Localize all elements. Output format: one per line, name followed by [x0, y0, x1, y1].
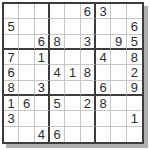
- sudoku-cell[interactable]: 2: [81, 96, 96, 111]
- sudoku-cell[interactable]: [19, 111, 34, 126]
- sudoku-cell[interactable]: 6: [96, 81, 111, 96]
- sudoku-cell[interactable]: [96, 111, 111, 126]
- sudoku-cell[interactable]: 8: [81, 65, 96, 80]
- sudoku-cell[interactable]: [19, 50, 34, 65]
- sudoku-cell[interactable]: [35, 111, 50, 126]
- sudoku-cell[interactable]: 1: [127, 111, 142, 126]
- sudoku-cell[interactable]: [19, 65, 34, 80]
- sudoku-cell[interactable]: 2: [127, 65, 142, 80]
- sudoku-cell[interactable]: [50, 111, 65, 126]
- sudoku-cell[interactable]: [50, 50, 65, 65]
- sudoku-cell[interactable]: [50, 4, 65, 19]
- sudoku-cell[interactable]: [35, 19, 50, 34]
- sudoku-cell[interactable]: 6: [4, 65, 19, 80]
- sudoku-grid: 6356683957148641828369165283146: [4, 4, 142, 142]
- sudoku-cell[interactable]: [65, 19, 80, 34]
- sudoku-cell[interactable]: 4: [96, 50, 111, 65]
- sudoku-cell[interactable]: 8: [127, 50, 142, 65]
- sudoku-cell[interactable]: 5: [127, 35, 142, 50]
- sudoku-cell[interactable]: [81, 50, 96, 65]
- sudoku-cell[interactable]: 8: [96, 96, 111, 111]
- sudoku-cell[interactable]: [111, 127, 126, 142]
- sudoku-cell[interactable]: [96, 19, 111, 34]
- sudoku-cell[interactable]: [65, 127, 80, 142]
- sudoku-cell[interactable]: [111, 4, 126, 19]
- sudoku-cell[interactable]: 6: [81, 4, 96, 19]
- sudoku-cell[interactable]: [111, 111, 126, 126]
- sudoku-cell[interactable]: [4, 127, 19, 142]
- sudoku-cell[interactable]: [35, 65, 50, 80]
- sudoku-page: 6356683957148641828369165283146: [0, 0, 150, 150]
- sudoku-cell[interactable]: 7: [4, 50, 19, 65]
- sudoku-cell[interactable]: [65, 50, 80, 65]
- sudoku-cell[interactable]: [65, 4, 80, 19]
- sudoku-cell[interactable]: [96, 65, 111, 80]
- sudoku-cell[interactable]: 6: [50, 127, 65, 142]
- sudoku-cell[interactable]: 8: [4, 81, 19, 96]
- sudoku-cell[interactable]: [96, 127, 111, 142]
- sudoku-cell[interactable]: [111, 65, 126, 80]
- sudoku-cell[interactable]: [111, 81, 126, 96]
- sudoku-cell[interactable]: 1: [65, 65, 80, 80]
- sudoku-cell[interactable]: 5: [50, 96, 65, 111]
- sudoku-cell[interactable]: [35, 96, 50, 111]
- sudoku-cell[interactable]: 9: [111, 35, 126, 50]
- sudoku-cell[interactable]: [4, 35, 19, 50]
- sudoku-cell[interactable]: 5: [4, 19, 19, 34]
- sudoku-cell[interactable]: 4: [35, 127, 50, 142]
- sudoku-cell[interactable]: [127, 4, 142, 19]
- sudoku-cell[interactable]: 6: [127, 19, 142, 34]
- sudoku-cell[interactable]: 8: [50, 35, 65, 50]
- sudoku-cell[interactable]: 1: [4, 96, 19, 111]
- sudoku-board: 6356683957148641828369165283146: [2, 2, 144, 144]
- sudoku-cell[interactable]: [65, 96, 80, 111]
- sudoku-cell[interactable]: [65, 35, 80, 50]
- sudoku-cell[interactable]: [111, 96, 126, 111]
- sudoku-cell[interactable]: [81, 19, 96, 34]
- sudoku-cell[interactable]: 6: [35, 35, 50, 50]
- sudoku-cell[interactable]: [127, 96, 142, 111]
- sudoku-cell[interactable]: [96, 35, 111, 50]
- sudoku-cell[interactable]: [50, 19, 65, 34]
- sudoku-cell[interactable]: [19, 4, 34, 19]
- sudoku-cell[interactable]: [19, 35, 34, 50]
- sudoku-cell[interactable]: 3: [4, 111, 19, 126]
- sudoku-cell[interactable]: [111, 50, 126, 65]
- sudoku-cell[interactable]: [81, 81, 96, 96]
- sudoku-cell[interactable]: [81, 127, 96, 142]
- sudoku-cell[interactable]: [65, 111, 80, 126]
- sudoku-cell[interactable]: 3: [96, 4, 111, 19]
- sudoku-cell[interactable]: [111, 19, 126, 34]
- sudoku-cell[interactable]: [4, 4, 19, 19]
- sudoku-cell[interactable]: [81, 111, 96, 126]
- sudoku-cell[interactable]: 3: [81, 35, 96, 50]
- sudoku-cell[interactable]: 3: [35, 81, 50, 96]
- sudoku-cell[interactable]: [19, 81, 34, 96]
- sudoku-cell[interactable]: [35, 4, 50, 19]
- sudoku-cell[interactable]: 6: [19, 96, 34, 111]
- sudoku-cell[interactable]: [19, 19, 34, 34]
- sudoku-cell[interactable]: [127, 127, 142, 142]
- sudoku-cell[interactable]: [19, 127, 34, 142]
- sudoku-cell[interactable]: [65, 81, 80, 96]
- sudoku-cell[interactable]: 4: [50, 65, 65, 80]
- sudoku-cell[interactable]: 9: [127, 81, 142, 96]
- sudoku-cell[interactable]: [50, 81, 65, 96]
- sudoku-cell[interactable]: 1: [35, 50, 50, 65]
